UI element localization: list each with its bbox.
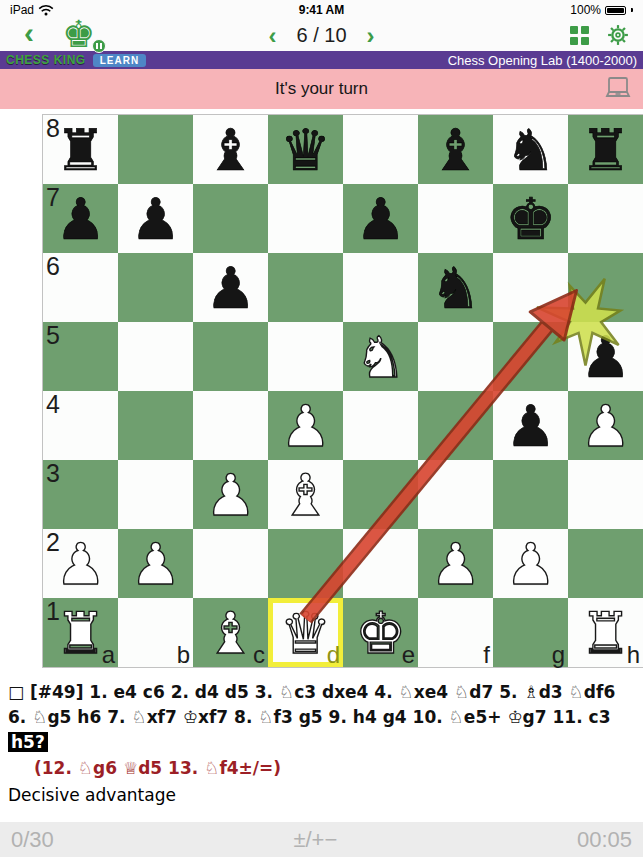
piece-black-rook-h8[interactable]: ♜ — [568, 115, 643, 184]
square-e5[interactable]: ♞ — [343, 322, 418, 391]
square-g2[interactable]: ♟ — [493, 529, 568, 598]
square-b6[interactable] — [118, 253, 193, 322]
square-c1[interactable]: ♝c — [193, 598, 268, 667]
square-f4[interactable] — [418, 391, 493, 460]
square-e4[interactable] — [343, 391, 418, 460]
square-e1[interactable]: ♚e — [343, 598, 418, 667]
mainline-moves[interactable]: 1. e4 c6 2. d4 d5 3. ♘c3 dxe4 4. ♘xe4 ♘d… — [8, 682, 615, 727]
square-h5[interactable]: ♟ — [568, 322, 643, 391]
square-c3[interactable]: ♟ — [193, 460, 268, 529]
file-label-a: a — [102, 643, 115, 667]
square-b5[interactable] — [118, 322, 193, 391]
notation-panel: □ [#49] 1. e4 c6 2. d4 d5 3. ♘c3 dxe4 4.… — [0, 668, 643, 808]
square-c5[interactable] — [193, 322, 268, 391]
variation-line[interactable]: (12. ♘g6 ♕d5 13. ♘f4±/=) — [34, 756, 635, 781]
square-a2[interactable]: ♟2 — [43, 529, 118, 598]
square-e2[interactable] — [343, 529, 418, 598]
square-c8[interactable]: ♝ — [193, 115, 268, 184]
square-d5[interactable] — [268, 322, 343, 391]
settings-gear-button[interactable] — [607, 24, 629, 46]
square-f6[interactable]: ♞ — [418, 253, 493, 322]
square-h7[interactable] — [568, 184, 643, 253]
square-a8[interactable]: ♜8 — [43, 115, 118, 184]
square-b2[interactable]: ♟ — [118, 529, 193, 598]
square-h2[interactable] — [568, 529, 643, 598]
square-a4[interactable]: 4 — [43, 391, 118, 460]
square-c2[interactable] — [193, 529, 268, 598]
score-counter: 0/30 — [11, 827, 54, 853]
rank-label-7: 7 — [46, 184, 60, 210]
square-b4[interactable] — [118, 391, 193, 460]
square-g3[interactable] — [493, 460, 568, 529]
battery-icon — [605, 6, 626, 15]
prev-page-button[interactable]: ‹ — [268, 23, 276, 49]
square-a5[interactable]: 5 — [43, 322, 118, 391]
rank-label-2: 2 — [46, 529, 60, 555]
square-g4[interactable]: ♟ — [493, 391, 568, 460]
square-f8[interactable]: ♝ — [418, 115, 493, 184]
move-prefix: □ [#49] — [8, 682, 83, 702]
current-move[interactable]: h5? — [8, 732, 48, 752]
piece-white-pawn-f2[interactable]: ♟ — [418, 529, 493, 598]
square-d4[interactable]: ♟ — [268, 391, 343, 460]
square-a1[interactable]: ♜1a — [43, 598, 118, 667]
battery-percent: 100% — [570, 3, 601, 17]
device-label: iPad — [10, 3, 34, 17]
square-g8[interactable]: ♞ — [493, 115, 568, 184]
square-d6[interactable] — [268, 253, 343, 322]
square-e7[interactable]: ♟ — [343, 184, 418, 253]
computer-play-icon[interactable] — [603, 76, 633, 102]
square-a3[interactable]: 3 — [43, 460, 118, 529]
file-label-f: f — [483, 643, 490, 667]
piece-white-knight-e5[interactable]: ♞ — [343, 322, 418, 391]
piece-white-pawn-h4[interactable]: ♟ — [568, 391, 643, 460]
square-e3[interactable] — [343, 460, 418, 529]
square-h4[interactable]: ♟ — [568, 391, 643, 460]
square-d2[interactable] — [268, 529, 343, 598]
square-f5[interactable] — [418, 322, 493, 391]
square-c6[interactable]: ♟ — [193, 253, 268, 322]
square-b1[interactable]: b — [118, 598, 193, 667]
square-d1[interactable]: ♛d — [268, 598, 343, 667]
square-b7[interactable]: ♟ — [118, 184, 193, 253]
square-a6[interactable]: 6 — [43, 253, 118, 322]
square-b8[interactable] — [118, 115, 193, 184]
piece-black-pawn-e7[interactable]: ♟ — [343, 184, 418, 253]
evaluation-label: ±/+− — [293, 827, 337, 853]
grid-view-button[interactable] — [570, 26, 589, 45]
status-time: 9:41 AM — [299, 3, 345, 17]
turn-message: It's your turn — [275, 79, 368, 99]
square-d8[interactable]: ♛ — [268, 115, 343, 184]
square-e6[interactable] — [343, 253, 418, 322]
square-h8[interactable]: ♜ — [568, 115, 643, 184]
piece-black-queen-d8[interactable]: ♛ — [268, 115, 343, 184]
piece-white-bishop-d3[interactable]: ♝ — [268, 460, 343, 529]
piece-black-pawn-b7[interactable]: ♟ — [118, 184, 193, 253]
piece-black-king-g7[interactable]: ♚ — [493, 184, 568, 253]
piece-white-pawn-g2[interactable]: ♟ — [493, 529, 568, 598]
rank-label-6: 6 — [46, 253, 60, 279]
square-b3[interactable] — [118, 460, 193, 529]
square-f7[interactable] — [418, 184, 493, 253]
piece-black-bishop-f8[interactable]: ♝ — [418, 115, 493, 184]
piece-black-pawn-c6[interactable]: ♟ — [193, 253, 268, 322]
next-page-button[interactable]: › — [367, 23, 375, 49]
file-label-d: d — [327, 643, 340, 667]
file-label-b: b — [177, 643, 190, 667]
square-d3[interactable]: ♝ — [268, 460, 343, 529]
square-h3[interactable] — [568, 460, 643, 529]
course-title: Chess Opening Lab (1400-2000) — [448, 53, 637, 68]
piece-white-pawn-b2[interactable]: ♟ — [118, 529, 193, 598]
piece-white-pawn-d4[interactable]: ♟ — [268, 391, 343, 460]
piece-black-bishop-c8[interactable]: ♝ — [193, 115, 268, 184]
square-h6[interactable] — [568, 253, 643, 322]
footer-bar: 0/30 ±/+− 00:05 — [0, 822, 643, 857]
chess-board: ♜8♝♛♝♞♜♟7♟♟♚6♟♞5♞♟4♟♟♟3♟♝♟2♟♟♟♜1ab♝c♛d♚e… — [42, 114, 643, 668]
file-label-h: h — [627, 643, 640, 667]
file-label-e: e — [402, 643, 415, 667]
square-d7[interactable] — [268, 184, 343, 253]
square-c4[interactable] — [193, 391, 268, 460]
rank-label-8: 8 — [46, 115, 60, 141]
square-g7[interactable]: ♚ — [493, 184, 568, 253]
assessment-text: Decisive advantage — [8, 783, 635, 808]
file-label-c: c — [253, 643, 265, 667]
rank-label-5: 5 — [46, 322, 60, 348]
square-a7[interactable]: ♟7 — [43, 184, 118, 253]
square-f2[interactable]: ♟ — [418, 529, 493, 598]
timer-label: 00:05 — [577, 827, 632, 853]
piece-black-knight-f6[interactable]: ♞ — [418, 253, 493, 322]
square-h1[interactable]: ♜h — [568, 598, 643, 667]
square-g1[interactable]: g — [493, 598, 568, 667]
rank-label-4: 4 — [46, 391, 60, 417]
wifi-icon — [38, 4, 54, 16]
piece-white-pawn-c3[interactable]: ♟ — [193, 460, 268, 529]
rank-label-3: 3 — [46, 460, 60, 486]
turn-banner: It's your turn — [0, 69, 643, 109]
page-counter: 6 / 10 — [296, 24, 346, 47]
nav-bar: ‹ ♚ ‹ 6 / 10 › — [0, 20, 643, 51]
square-g5[interactable] — [493, 322, 568, 391]
square-g6[interactable] — [493, 253, 568, 322]
file-label-g: g — [552, 643, 565, 667]
piece-black-pawn-g4[interactable]: ♟ — [493, 391, 568, 460]
learn-badge: LEARN — [93, 54, 146, 67]
square-f1[interactable]: f — [418, 598, 493, 667]
square-f3[interactable] — [418, 460, 493, 529]
square-e8[interactable] — [343, 115, 418, 184]
piece-black-pawn-h5[interactable]: ♟ — [568, 322, 643, 391]
square-c7[interactable] — [193, 184, 268, 253]
rank-label-1: 1 — [46, 598, 60, 624]
piece-black-knight-g8[interactable]: ♞ — [493, 115, 568, 184]
